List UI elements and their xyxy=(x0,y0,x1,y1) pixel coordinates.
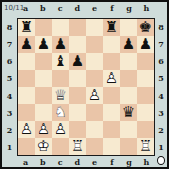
white-piece-outline: ♘ xyxy=(52,104,69,121)
black-pawn-icon: ♟ xyxy=(69,53,86,70)
rank-label-left-8: 8 xyxy=(2,18,17,35)
white-piece-outline: ♖ xyxy=(137,138,154,155)
rank-labels-left: 87654321 xyxy=(2,18,17,156)
rank-label-left-2: 2 xyxy=(2,122,17,139)
square-h7[interactable]: ♟ xyxy=(137,36,154,53)
file-label-bottom-g: g xyxy=(121,156,138,167)
square-b2[interactable]: ♟♙ xyxy=(35,121,52,138)
rank-label-right-6: 6 xyxy=(155,53,167,70)
white-pawn-icon: ♟♙ xyxy=(103,70,120,87)
white-piece-outline: ♔ xyxy=(35,138,52,155)
file-label-bottom-c: c xyxy=(52,156,69,167)
white-knight-icon: ♞♘ xyxy=(52,104,69,121)
square-f2[interactable] xyxy=(103,121,120,138)
white-king-icon: ♚♔ xyxy=(35,138,52,155)
square-e5[interactable] xyxy=(86,70,103,87)
square-a7[interactable]: ♟ xyxy=(18,36,35,53)
square-h5[interactable] xyxy=(137,70,154,87)
square-g3[interactable]: ♛ xyxy=(120,104,137,121)
file-labels-bottom: abcdefgh xyxy=(17,156,155,167)
square-a2[interactable]: ♟♙ xyxy=(18,121,35,138)
rank-label-right-7: 7 xyxy=(155,35,167,52)
black-pawn-icon: ♟ xyxy=(35,36,52,53)
white-pawn-icon: ♟♙ xyxy=(18,121,35,138)
square-c2[interactable]: ♟♙ xyxy=(52,121,69,138)
rank-label-left-7: 7 xyxy=(2,35,17,52)
file-label-bottom-h: h xyxy=(138,156,155,167)
white-piece-outline: ♙ xyxy=(103,70,120,87)
square-h6[interactable] xyxy=(137,53,154,70)
square-d6[interactable]: ♟ xyxy=(69,53,86,70)
black-pawn-icon: ♟ xyxy=(52,36,69,53)
rank-label-right-4: 4 xyxy=(155,87,167,104)
file-label-bottom-d: d xyxy=(69,156,86,167)
white-pawn-icon: ♟♙ xyxy=(35,121,52,138)
square-g2[interactable] xyxy=(120,121,137,138)
rank-label-right-1: 1 xyxy=(155,139,167,156)
square-c8[interactable] xyxy=(52,19,69,36)
square-c6[interactable]: ♝ xyxy=(52,53,69,70)
square-a6[interactable] xyxy=(18,53,35,70)
black-rook-icon: ♜ xyxy=(103,19,120,36)
rank-label-left-5: 5 xyxy=(2,70,17,87)
white-queen-icon: ♛♕ xyxy=(52,87,69,104)
square-g6[interactable] xyxy=(120,53,137,70)
black-pawn-icon: ♟ xyxy=(137,36,154,53)
rank-label-left-3: 3 xyxy=(2,104,17,121)
square-d1[interactable]: ♜♖ xyxy=(69,138,86,155)
chess-diagram-window: 10/11 abcdefgh 87654321 ♜♜♚♟♟♟♟♟♝♟♟♙♛♕♟♙… xyxy=(0,0,169,169)
square-a5[interactable] xyxy=(18,70,35,87)
white-piece-outline: ♙ xyxy=(35,121,52,138)
file-labels-top: abcdefgh xyxy=(17,2,155,18)
square-f6[interactable] xyxy=(103,53,120,70)
square-e6[interactable] xyxy=(86,53,103,70)
rank-labels-right: 87654321 xyxy=(155,18,167,156)
file-label-bottom-b: b xyxy=(34,156,51,167)
square-d5[interactable] xyxy=(69,70,86,87)
square-c5[interactable] xyxy=(52,70,69,87)
square-e8[interactable] xyxy=(86,19,103,36)
rank-label-left-1: 1 xyxy=(2,139,17,156)
square-e2[interactable] xyxy=(86,121,103,138)
square-a4[interactable] xyxy=(18,87,35,104)
file-label-bottom-e: e xyxy=(86,156,103,167)
rank-label-right-8: 8 xyxy=(155,18,167,35)
white-pawn-icon: ♟♙ xyxy=(86,87,103,104)
file-label-top-h: h xyxy=(138,2,155,18)
black-king-icon: ♚ xyxy=(137,19,154,36)
rank-label-left-6: 6 xyxy=(2,53,17,70)
black-rook-icon: ♜ xyxy=(18,19,35,36)
black-bishop-icon: ♝ xyxy=(52,53,69,70)
square-h4[interactable] xyxy=(137,87,154,104)
square-e7[interactable] xyxy=(86,36,103,53)
square-g8[interactable] xyxy=(120,19,137,36)
square-b7[interactable]: ♟ xyxy=(35,36,52,53)
white-pawn-icon: ♟♙ xyxy=(52,121,69,138)
square-c3[interactable]: ♞♘ xyxy=(52,104,69,121)
square-b6[interactable] xyxy=(35,53,52,70)
black-pawn-icon: ♟ xyxy=(120,36,137,53)
square-a1[interactable] xyxy=(18,138,35,155)
square-d8[interactable] xyxy=(69,19,86,36)
file-label-top-c: c xyxy=(52,2,69,18)
file-label-top-d: d xyxy=(69,2,86,18)
square-c4[interactable]: ♛♕ xyxy=(52,87,69,104)
square-h2[interactable] xyxy=(137,121,154,138)
square-g7[interactable]: ♟ xyxy=(120,36,137,53)
white-piece-outline: ♖ xyxy=(69,138,86,155)
square-f3[interactable] xyxy=(103,104,120,121)
white-piece-outline: ♙ xyxy=(52,121,69,138)
rank-label-right-5: 5 xyxy=(155,70,167,87)
rank-label-right-3: 3 xyxy=(155,104,167,121)
rank-label-right-2: 2 xyxy=(155,122,167,139)
file-label-top-f: f xyxy=(103,2,120,18)
square-h8[interactable]: ♚ xyxy=(137,19,154,36)
square-d2[interactable] xyxy=(69,121,86,138)
file-label-bottom-a: a xyxy=(17,156,34,167)
white-piece-outline: ♙ xyxy=(86,87,103,104)
square-b1[interactable]: ♚♔ xyxy=(35,138,52,155)
square-c1[interactable] xyxy=(52,138,69,155)
square-d7[interactable] xyxy=(69,36,86,53)
square-f1[interactable] xyxy=(103,138,120,155)
black-queen-icon: ♛ xyxy=(120,104,137,121)
square-b5[interactable] xyxy=(35,70,52,87)
square-a8[interactable]: ♜ xyxy=(18,19,35,36)
square-b8[interactable] xyxy=(35,19,52,36)
board: ♜♜♚♟♟♟♟♟♝♟♟♙♛♕♟♙♞♘♛♟♙♟♙♟♙♚♔♜♖♜♖ xyxy=(17,18,155,156)
square-f5[interactable]: ♟♙ xyxy=(103,70,120,87)
file-label-bottom-f: f xyxy=(103,156,120,167)
file-label-top-g: g xyxy=(121,2,138,18)
white-to-move-indicator xyxy=(157,156,165,165)
white-piece-outline: ♕ xyxy=(52,87,69,104)
square-d3[interactable] xyxy=(69,104,86,121)
black-pawn-icon: ♟ xyxy=(18,36,35,53)
square-g1[interactable] xyxy=(120,138,137,155)
square-f4[interactable] xyxy=(103,87,120,104)
file-label-top-b: b xyxy=(34,2,51,18)
square-c7[interactable]: ♟ xyxy=(52,36,69,53)
file-label-top-a: a xyxy=(17,2,34,18)
square-f7[interactable] xyxy=(103,36,120,53)
rank-label-left-4: 4 xyxy=(2,87,17,104)
square-e3[interactable] xyxy=(86,104,103,121)
square-a3[interactable] xyxy=(18,104,35,121)
square-e1[interactable] xyxy=(86,138,103,155)
square-h3[interactable] xyxy=(137,104,154,121)
square-g5[interactable] xyxy=(120,70,137,87)
white-rook-icon: ♜♖ xyxy=(137,138,154,155)
square-f8[interactable]: ♜ xyxy=(103,19,120,36)
square-d4[interactable] xyxy=(69,87,86,104)
square-b4[interactable] xyxy=(35,87,52,104)
file-label-top-e: e xyxy=(86,2,103,18)
square-g4[interactable] xyxy=(120,87,137,104)
square-h1[interactable]: ♜♖ xyxy=(137,138,154,155)
white-piece-outline: ♙ xyxy=(18,121,35,138)
square-b3[interactable] xyxy=(35,104,52,121)
square-e4[interactable]: ♟♙ xyxy=(86,87,103,104)
white-rook-icon: ♜♖ xyxy=(69,138,86,155)
